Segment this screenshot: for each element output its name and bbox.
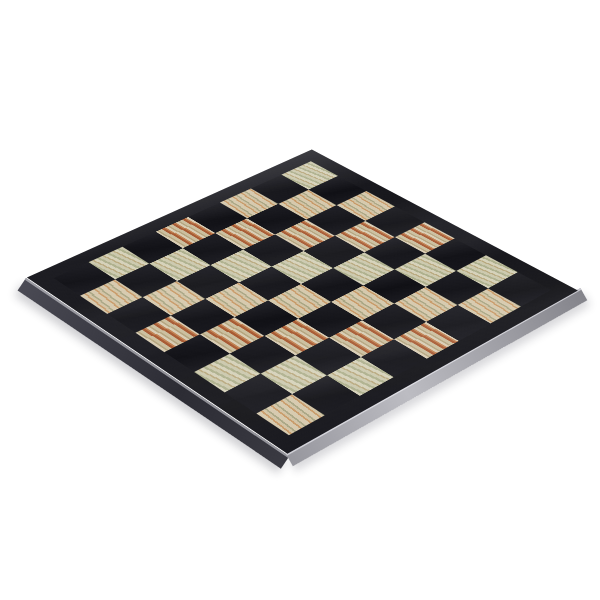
piece-black-marble-rook-h1[interactable]: ♜ [263,312,319,420]
product-photo-stage: Black marble and multicolor green onyx c… [0,0,600,600]
square-h1[interactable]: ♜ [256,394,324,435]
piece-green-onyx-pawn-h7[interactable]: ♟ [466,225,513,310]
square-h7[interactable]: ♟ [458,288,521,323]
scene-3d: ♜♞♝♛♚♝♞♜♟♟♟♟♟♟♟♟♟♟♟♟♟♟♟♟♜♞♝♛♚♝♞♜ [0,0,600,600]
chess-board[interactable]: ♜♞♝♛♚♝♞♜♟♟♟♟♟♟♟♟♟♟♟♟♟♟♟♟♜♞♝♛♚♝♞♜ [27,149,578,453]
